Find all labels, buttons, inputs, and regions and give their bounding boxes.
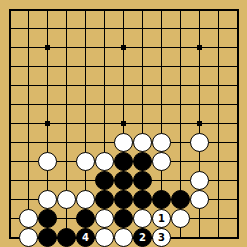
hoshi-star-point: [45, 45, 50, 50]
stone-white[interactable]: [190, 133, 209, 152]
stone-black[interactable]: [133, 152, 152, 171]
stone-black[interactable]: [114, 209, 133, 228]
stone-black[interactable]: [114, 152, 133, 171]
hoshi-star-point: [121, 121, 126, 126]
stone-white[interactable]: [19, 228, 38, 247]
stone-black-move-4[interactable]: 4: [76, 228, 95, 247]
stone-white[interactable]: [190, 190, 209, 209]
stone-white[interactable]: [38, 190, 57, 209]
stone-black[interactable]: [114, 190, 133, 209]
stone-white[interactable]: [95, 209, 114, 228]
hoshi-star-point: [45, 121, 50, 126]
stone-black[interactable]: [171, 190, 190, 209]
stone-black[interactable]: [76, 209, 95, 228]
stone-white-move-3[interactable]: 3: [152, 228, 171, 247]
grid-line-vertical: [218, 9, 219, 239]
stone-black[interactable]: [57, 228, 76, 247]
stone-white-move-1[interactable]: 1: [152, 209, 171, 228]
stone-white[interactable]: [95, 152, 114, 171]
stone-white[interactable]: [114, 133, 133, 152]
hoshi-star-point: [197, 121, 202, 126]
stone-white[interactable]: [152, 133, 171, 152]
go-board[interactable]: 1423: [0, 0, 247, 247]
stone-black[interactable]: [95, 171, 114, 190]
hoshi-star-point: [121, 45, 126, 50]
stone-white[interactable]: [152, 152, 171, 171]
stone-white[interactable]: [133, 209, 152, 228]
stone-white[interactable]: [190, 171, 209, 190]
stone-black[interactable]: [133, 190, 152, 209]
stone-white[interactable]: [114, 228, 133, 247]
stone-white[interactable]: [76, 190, 95, 209]
stone-black[interactable]: [38, 228, 57, 247]
stone-white[interactable]: [76, 152, 95, 171]
stone-white[interactable]: [171, 209, 190, 228]
stone-black[interactable]: [114, 171, 133, 190]
stone-white[interactable]: [57, 190, 76, 209]
stone-black-move-2[interactable]: 2: [133, 228, 152, 247]
hoshi-star-point: [197, 45, 202, 50]
stone-black[interactable]: [95, 190, 114, 209]
stone-white[interactable]: [38, 152, 57, 171]
stone-black[interactable]: [38, 209, 57, 228]
grid-line-vertical: [237, 9, 239, 239]
stone-black[interactable]: [133, 171, 152, 190]
stone-white[interactable]: [19, 209, 38, 228]
stone-white[interactable]: [95, 228, 114, 247]
stone-black[interactable]: [152, 190, 171, 209]
stone-white[interactable]: [133, 133, 152, 152]
